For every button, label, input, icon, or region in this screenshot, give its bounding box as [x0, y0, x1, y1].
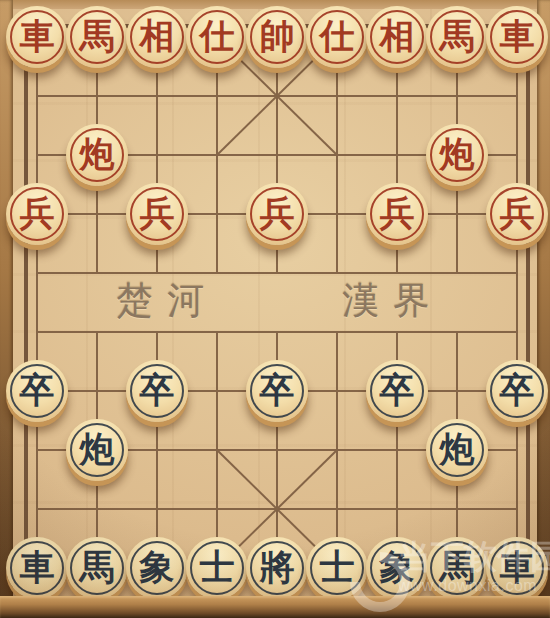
piece-glyph: 車: [500, 19, 535, 54]
piece-glyph: 馬: [80, 550, 115, 585]
piece-black-horse[interactable]: 馬: [66, 537, 128, 599]
piece-glyph: 兵: [140, 196, 175, 231]
piece-red-cannon[interactable]: 炮: [426, 124, 488, 186]
piece-layer: 車馬相仕帥仕相馬車炮炮兵兵兵兵兵卒卒卒卒卒炮炮車馬象士將士象馬車: [7, 8, 547, 598]
piece-black-soldier[interactable]: 卒: [126, 360, 188, 422]
piece-red-general[interactable]: 帥: [246, 6, 308, 68]
piece-black-advisor[interactable]: 士: [186, 537, 248, 599]
piece-glyph: 炮: [440, 432, 475, 467]
piece-glyph: 將: [260, 550, 295, 585]
piece-glyph: 馬: [80, 19, 115, 54]
piece-red-soldier[interactable]: 兵: [126, 183, 188, 245]
xiangqi-board: 楚河 漢界 車馬相仕帥仕相馬車炮炮兵兵兵兵兵卒卒卒卒卒炮炮車馬象士將士象馬車 当…: [0, 0, 550, 618]
piece-glyph: 車: [20, 550, 55, 585]
piece-glyph: 炮: [440, 137, 475, 172]
piece-red-chariot[interactable]: 車: [6, 6, 68, 68]
board-frame-bottom: [0, 596, 550, 618]
piece-glyph: 仕: [320, 19, 355, 54]
piece-red-horse[interactable]: 馬: [66, 6, 128, 68]
piece-glyph: 炮: [80, 432, 115, 467]
piece-red-elephant[interactable]: 相: [126, 6, 188, 68]
piece-glyph: 卒: [500, 373, 535, 408]
piece-glyph: 帥: [260, 19, 295, 54]
piece-glyph: 仕: [200, 19, 235, 54]
piece-glyph: 兵: [260, 196, 295, 231]
piece-black-soldier[interactable]: 卒: [486, 360, 548, 422]
piece-glyph: 卒: [20, 373, 55, 408]
piece-red-advisor[interactable]: 仕: [186, 6, 248, 68]
piece-glyph: 象: [140, 550, 175, 585]
piece-black-soldier[interactable]: 卒: [366, 360, 428, 422]
piece-red-elephant[interactable]: 相: [366, 6, 428, 68]
piece-black-soldier[interactable]: 卒: [6, 360, 68, 422]
piece-red-soldier[interactable]: 兵: [366, 183, 428, 245]
piece-glyph: 士: [200, 550, 235, 585]
piece-red-advisor[interactable]: 仕: [306, 6, 368, 68]
watermark-site-url: www.downxia.com: [398, 577, 550, 595]
piece-glyph: 兵: [20, 196, 55, 231]
piece-red-soldier[interactable]: 兵: [6, 183, 68, 245]
piece-glyph: 馬: [440, 19, 475, 54]
piece-red-soldier[interactable]: 兵: [486, 183, 548, 245]
piece-glyph: 相: [380, 19, 415, 54]
piece-glyph: 卒: [260, 373, 295, 408]
piece-black-elephant[interactable]: 象: [126, 537, 188, 599]
piece-glyph: 卒: [140, 373, 175, 408]
piece-red-cannon[interactable]: 炮: [66, 124, 128, 186]
piece-glyph: 卒: [380, 373, 415, 408]
piece-black-soldier[interactable]: 卒: [246, 360, 308, 422]
piece-red-soldier[interactable]: 兵: [246, 183, 308, 245]
watermark: 当下软件园 www.downxia.com: [346, 540, 550, 594]
watermark-site-name: 当下软件园: [398, 540, 550, 575]
piece-black-cannon[interactable]: 炮: [426, 419, 488, 481]
piece-black-general[interactable]: 將: [246, 537, 308, 599]
piece-glyph: 兵: [380, 196, 415, 231]
piece-black-chariot[interactable]: 車: [6, 537, 68, 599]
piece-glyph: 兵: [500, 196, 535, 231]
piece-red-chariot[interactable]: 車: [486, 6, 548, 68]
piece-glyph: 炮: [80, 137, 115, 172]
piece-glyph: 相: [140, 19, 175, 54]
piece-red-horse[interactable]: 馬: [426, 6, 488, 68]
piece-glyph: 車: [20, 19, 55, 54]
piece-black-cannon[interactable]: 炮: [66, 419, 128, 481]
